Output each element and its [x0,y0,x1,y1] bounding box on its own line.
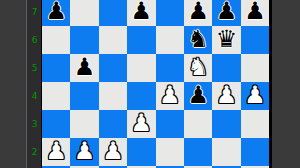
black-queen: ♛ [212,26,240,53]
square-h6[interactable] [241,26,269,54]
square-c4[interactable] [99,82,127,110]
square-b1[interactable] [70,166,98,168]
square-c5[interactable] [99,54,127,82]
square-b5[interactable]: ♟ [70,54,98,82]
white-pawn: ♟ [127,110,155,137]
square-d3[interactable]: ♟ [127,110,155,138]
square-c6[interactable] [99,26,127,54]
black-knight: ♞ [184,26,212,53]
white-pawn: ♟ [42,138,70,165]
square-h2[interactable] [241,138,269,166]
rank-label-6: 6 [27,26,42,54]
square-f7[interactable]: ♟ [184,0,212,26]
square-e1[interactable] [156,166,184,168]
square-f2[interactable] [184,138,212,166]
square-d6[interactable] [127,26,155,54]
square-c3[interactable] [99,110,127,138]
square-e7[interactable] [156,0,184,26]
square-e2[interactable] [156,138,184,166]
square-a3[interactable] [42,110,70,138]
white-pawn: ♟ [212,82,240,109]
rank-label-7: 7 [27,0,42,26]
square-b3[interactable] [70,110,98,138]
square-h1[interactable] [241,166,269,168]
square-f3[interactable] [184,110,212,138]
square-a5[interactable] [42,54,70,82]
square-a7[interactable]: ♟ [42,0,70,26]
rank-label-4: 4 [27,82,42,110]
square-e5[interactable] [156,54,184,82]
rank-labels: 765432 [27,0,42,168]
rank-label-3: 3 [27,110,42,138]
square-h4[interactable]: ♟ [241,82,269,110]
square-g4[interactable]: ♟ [212,82,240,110]
square-d7[interactable]: ♟ [127,0,155,26]
black-pawn: ♟ [42,0,70,25]
square-c7[interactable] [99,0,127,26]
black-pawn: ♟ [127,0,155,25]
black-pawn: ♟ [184,82,212,109]
white-pawn: ♟ [156,82,184,109]
black-pawn: ♟ [241,0,269,25]
square-h5[interactable] [241,54,269,82]
left-background-panel [0,0,26,168]
square-d1[interactable] [127,166,155,168]
square-a6[interactable] [42,26,70,54]
square-h3[interactable] [241,110,269,138]
rank-label-5: 5 [27,54,42,82]
square-e4[interactable]: ♟ [156,82,184,110]
square-g1[interactable] [212,166,240,168]
square-a2[interactable]: ♟ [42,138,70,166]
square-g2[interactable] [212,138,240,166]
rank-label-empty [27,166,42,168]
square-f6[interactable]: ♞ [184,26,212,54]
black-pawn: ♟ [212,0,240,25]
square-a4[interactable] [42,82,70,110]
chess-board: ♟♟♟♟♟♞♛♟♞♟♟♟♟♟♟♟♟ [41,0,272,168]
white-pawn: ♟ [99,138,127,165]
white-pawn: ♟ [241,82,269,109]
square-c2[interactable]: ♟ [99,138,127,166]
square-b2[interactable]: ♟ [70,138,98,166]
square-h7[interactable]: ♟ [241,0,269,26]
black-pawn: ♟ [70,54,98,81]
square-f1[interactable] [184,166,212,168]
square-c1[interactable] [99,166,127,168]
white-pawn: ♟ [70,138,98,165]
square-g3[interactable] [212,110,240,138]
square-b6[interactable] [70,26,98,54]
square-d4[interactable] [127,82,155,110]
black-pawn: ♟ [184,0,212,25]
white-knight: ♞ [184,54,212,81]
square-b7[interactable] [70,0,98,26]
rank-label-2: 2 [27,138,42,166]
square-f4[interactable]: ♟ [184,82,212,110]
square-d2[interactable] [127,138,155,166]
square-g7[interactable]: ♟ [212,0,240,26]
square-g5[interactable] [212,54,240,82]
square-g6[interactable]: ♛ [212,26,240,54]
chess-app-screen: 765432 ♟♟♟♟♟♞♛♟♞♟♟♟♟♟♟♟♟ [0,0,300,168]
square-b4[interactable] [70,82,98,110]
square-d5[interactable] [127,54,155,82]
square-f5[interactable]: ♞ [184,54,212,82]
square-e3[interactable] [156,110,184,138]
square-e6[interactable] [156,26,184,54]
square-a1[interactable] [42,166,70,168]
